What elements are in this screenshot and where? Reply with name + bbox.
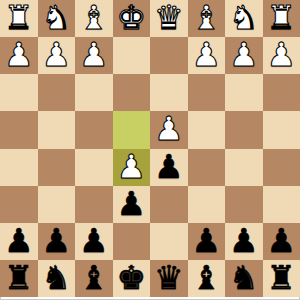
square-d8[interactable]: ♛: [150, 260, 188, 297]
square-e7[interactable]: [113, 223, 151, 260]
black-rook[interactable]: ♜: [4, 261, 34, 294]
square-f7[interactable]: ♟: [75, 223, 113, 260]
square-d4[interactable]: ♟: [150, 111, 188, 148]
white-pawn[interactable]: ♟: [154, 112, 184, 145]
square-e2[interactable]: [113, 37, 151, 74]
square-c1[interactable]: ♝: [188, 0, 226, 37]
square-h3[interactable]: [0, 74, 38, 111]
square-h1[interactable]: ♜: [0, 0, 38, 37]
square-b2[interactable]: ♟: [225, 37, 263, 74]
square-c2[interactable]: ♟: [188, 37, 226, 74]
square-f1[interactable]: ♝: [75, 0, 113, 37]
square-e1[interactable]: ♚: [113, 0, 151, 37]
white-pawn[interactable]: ♟: [116, 150, 146, 183]
black-pawn[interactable]: ♟: [79, 224, 109, 257]
white-pawn[interactable]: ♟: [79, 38, 109, 71]
square-g3[interactable]: [38, 74, 76, 111]
black-pawn[interactable]: ♟: [154, 150, 184, 183]
black-bishop[interactable]: ♝: [191, 261, 221, 294]
square-d6[interactable]: [150, 186, 188, 223]
black-pawn[interactable]: ♟: [4, 224, 34, 257]
square-h4[interactable]: [0, 111, 38, 148]
square-a4[interactable]: [263, 111, 301, 148]
square-b3[interactable]: [225, 74, 263, 111]
square-c5[interactable]: [188, 149, 226, 186]
square-d2[interactable]: [150, 37, 188, 74]
white-bishop[interactable]: ♝: [79, 1, 109, 34]
white-pawn[interactable]: ♟: [191, 38, 221, 71]
white-knight[interactable]: ♞: [41, 1, 71, 34]
square-a5[interactable]: [263, 149, 301, 186]
square-g5[interactable]: [38, 149, 76, 186]
square-h6[interactable]: [0, 186, 38, 223]
square-b8[interactable]: ♞: [225, 260, 263, 297]
black-pawn[interactable]: ♟: [266, 224, 296, 257]
square-e8[interactable]: ♚: [113, 260, 151, 297]
square-d5[interactable]: ♟: [150, 149, 188, 186]
square-f5[interactable]: [75, 149, 113, 186]
square-d3[interactable]: [150, 74, 188, 111]
square-g1[interactable]: ♞: [38, 0, 76, 37]
square-a2[interactable]: ♟: [263, 37, 301, 74]
square-f6[interactable]: [75, 186, 113, 223]
black-rook[interactable]: ♜: [266, 261, 296, 294]
black-king[interactable]: ♚: [116, 261, 146, 294]
square-g8[interactable]: ♞: [38, 260, 76, 297]
square-c8[interactable]: ♝: [188, 260, 226, 297]
square-h8[interactable]: ♜: [0, 260, 38, 297]
black-pawn[interactable]: ♟: [191, 224, 221, 257]
white-king[interactable]: ♚: [116, 1, 146, 34]
white-pawn[interactable]: ♟: [229, 38, 259, 71]
square-e6[interactable]: ♟: [113, 186, 151, 223]
square-g4[interactable]: [38, 111, 76, 148]
square-b4[interactable]: [225, 111, 263, 148]
square-a3[interactable]: [263, 74, 301, 111]
black-queen[interactable]: ♛: [154, 261, 184, 294]
black-pawn[interactable]: ♟: [229, 224, 259, 257]
square-a1[interactable]: ♜: [263, 0, 301, 37]
black-knight[interactable]: ♞: [229, 261, 259, 294]
square-e4[interactable]: [113, 111, 151, 148]
square-g2[interactable]: ♟: [38, 37, 76, 74]
square-b5[interactable]: [225, 149, 263, 186]
square-d7[interactable]: [150, 223, 188, 260]
square-c6[interactable]: [188, 186, 226, 223]
square-e3[interactable]: [113, 74, 151, 111]
square-f4[interactable]: [75, 111, 113, 148]
square-f3[interactable]: [75, 74, 113, 111]
white-pawn[interactable]: ♟: [266, 38, 296, 71]
square-g7[interactable]: ♟: [38, 223, 76, 260]
square-a7[interactable]: ♟: [263, 223, 301, 260]
square-c3[interactable]: [188, 74, 226, 111]
chess-board: ♜♞♝♚♛♝♞♜♟♟♟♟♟♟♟♟♟♟♟♟♟♟♟♟♜♞♝♚♛♝♞♜: [0, 0, 300, 297]
square-d1[interactable]: ♛: [150, 0, 188, 37]
square-h7[interactable]: ♟: [0, 223, 38, 260]
square-b6[interactable]: [225, 186, 263, 223]
square-a8[interactable]: ♜: [263, 260, 301, 297]
square-b1[interactable]: ♞: [225, 0, 263, 37]
black-knight[interactable]: ♞: [41, 261, 71, 294]
white-bishop[interactable]: ♝: [191, 1, 221, 34]
square-b7[interactable]: ♟: [225, 223, 263, 260]
square-h5[interactable]: [0, 149, 38, 186]
square-h2[interactable]: ♟: [0, 37, 38, 74]
white-knight[interactable]: ♞: [229, 1, 259, 34]
square-e5[interactable]: ♟: [113, 149, 151, 186]
square-g6[interactable]: [38, 186, 76, 223]
white-queen[interactable]: ♛: [154, 1, 184, 34]
square-c7[interactable]: ♟: [188, 223, 226, 260]
white-pawn[interactable]: ♟: [41, 38, 71, 71]
board-frame: ♜♞♝♚♛♝♞♜♟♟♟♟♟♟♟♟♟♟♟♟♟♟♟♟♜♞♝♚♛♝♞♜: [0, 0, 300, 300]
square-f8[interactable]: ♝: [75, 260, 113, 297]
black-bishop[interactable]: ♝: [79, 261, 109, 294]
square-a6[interactable]: [263, 186, 301, 223]
white-rook[interactable]: ♜: [266, 1, 296, 34]
square-c4[interactable]: [188, 111, 226, 148]
white-pawn[interactable]: ♟: [4, 38, 34, 71]
square-f2[interactable]: ♟: [75, 37, 113, 74]
black-pawn[interactable]: ♟: [41, 224, 71, 257]
white-rook[interactable]: ♜: [4, 1, 34, 34]
black-pawn[interactable]: ♟: [116, 187, 146, 220]
